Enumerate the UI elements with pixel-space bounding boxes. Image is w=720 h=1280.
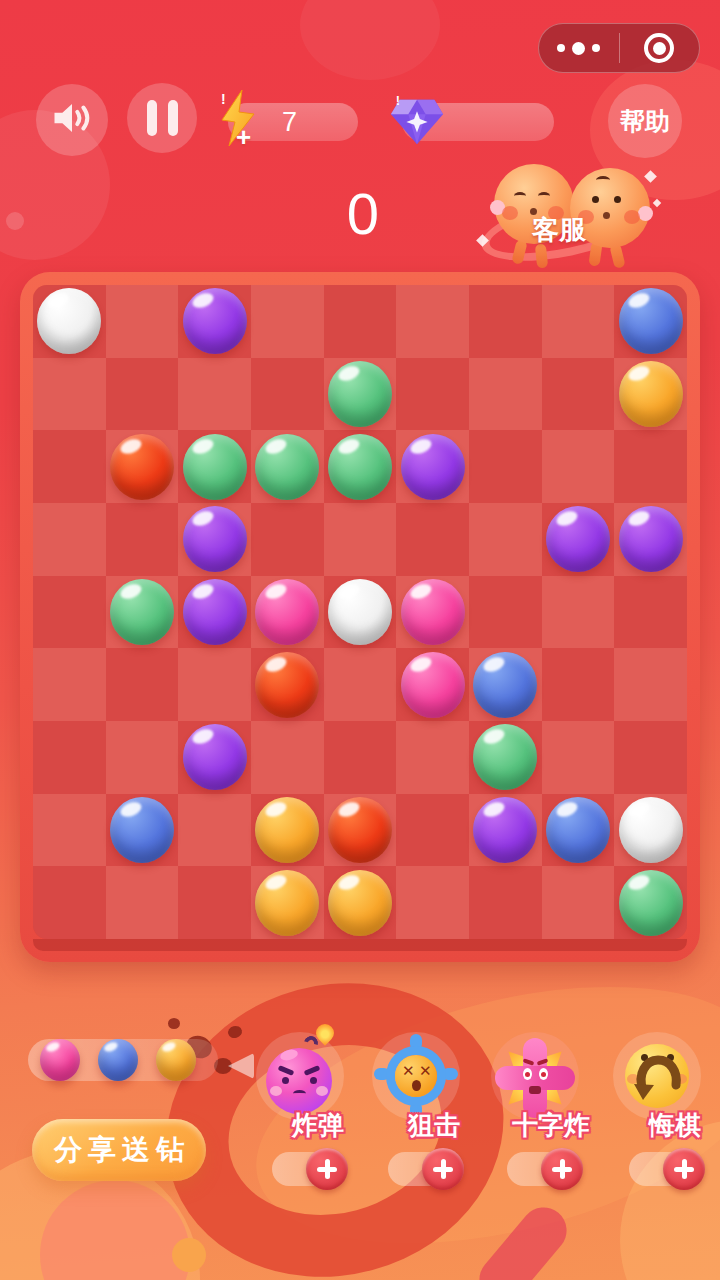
more-icon	[592, 44, 600, 52]
board-cell-r7c2[interactable]	[178, 794, 251, 867]
board-cell-r3c2[interactable]	[178, 503, 251, 576]
more-icon	[572, 42, 585, 55]
board-cell-r5c7[interactable]	[542, 648, 615, 721]
board-cell-r2c4[interactable]	[324, 430, 397, 503]
board-cell-r2c8[interactable]	[614, 430, 687, 503]
ball-white[interactable]	[328, 579, 392, 645]
ball-pink[interactable]	[401, 579, 465, 645]
diamond-icon: !	[388, 90, 446, 154]
ball-blue[interactable]	[473, 652, 537, 718]
service-label: 客服	[532, 212, 586, 248]
ball-pink[interactable]	[401, 652, 465, 718]
board-cell-r2c7[interactable]	[542, 430, 615, 503]
ball-pink[interactable]	[255, 579, 319, 645]
bg-blob	[300, 0, 440, 80]
eye	[523, 1068, 532, 1080]
exit-circle-icon	[644, 33, 674, 63]
board-cell-r2c2[interactable]	[178, 430, 251, 503]
board-cell-r8c1[interactable]	[106, 866, 179, 939]
board-cell-r5c8[interactable]	[614, 648, 687, 721]
add-powerup-button[interactable]	[541, 1148, 583, 1190]
ball-blue[interactable]	[110, 797, 174, 863]
sound-button[interactable]	[36, 84, 108, 156]
ball-green[interactable]	[110, 579, 174, 645]
eye	[538, 192, 550, 200]
board-cell-r4c7[interactable]	[542, 576, 615, 649]
sparkle-icon	[644, 170, 657, 183]
board-cell-r1c1[interactable]	[106, 358, 179, 431]
board-cell-r7c1[interactable]	[106, 794, 179, 867]
board-cell-r4c0[interactable]	[33, 576, 106, 649]
board-cell-r6c8[interactable]	[614, 721, 687, 794]
brow	[596, 176, 610, 184]
board-cell-r4c2[interactable]	[178, 576, 251, 649]
more-icon	[557, 44, 565, 52]
board-cell-r3c3[interactable]	[251, 503, 324, 576]
board-cell-r0c0[interactable]	[33, 285, 106, 358]
board-cell-r5c0[interactable]	[33, 648, 106, 721]
ball-purple[interactable]	[183, 288, 247, 354]
board-cell-r8c6[interactable]	[469, 866, 542, 939]
ball-green[interactable]	[328, 434, 392, 500]
help-label: 帮助	[620, 105, 670, 138]
ball-green[interactable]	[619, 870, 683, 936]
powerup-cross-bomb[interactable]: 十字炸	[485, 1018, 585, 1200]
eye	[539, 1068, 548, 1080]
board-cell-r6c3[interactable]	[251, 721, 324, 794]
board-cell-r0c2[interactable]	[178, 285, 251, 358]
next-ball-blue	[98, 1039, 138, 1081]
board-cell-r5c3[interactable]	[251, 648, 324, 721]
powerup-label: 十字炸	[512, 1108, 590, 1143]
board-cell-r7c7[interactable]	[542, 794, 615, 867]
ball-purple[interactable]	[183, 724, 247, 790]
undo-icon	[613, 1032, 701, 1120]
crosshair-icon: ✕ ✕	[372, 1032, 460, 1120]
board-cell-r3c5[interactable]	[396, 503, 469, 576]
game-board	[33, 285, 687, 939]
board-cell-r7c0[interactable]	[33, 794, 106, 867]
add-powerup-button[interactable]	[663, 1148, 705, 1190]
board-cell-r6c5[interactable]	[396, 721, 469, 794]
eye	[282, 1077, 289, 1084]
mouth	[293, 1090, 306, 1097]
mouth	[603, 212, 610, 219]
customer-service-button[interactable]: 客服	[478, 158, 668, 280]
energy-plus-icon[interactable]: +	[236, 122, 251, 153]
svg-text:!: !	[221, 91, 226, 107]
board-cell-r1c4[interactable]	[324, 358, 397, 431]
board-cell-r3c4[interactable]	[324, 503, 397, 576]
ball-red[interactable]	[328, 797, 392, 863]
board-cell-r4c6[interactable]	[469, 576, 542, 649]
eye	[592, 196, 599, 203]
brow	[304, 1065, 321, 1076]
board-cell-r8c5[interactable]	[396, 866, 469, 939]
eye	[514, 192, 526, 200]
board-cell-r2c3[interactable]	[251, 430, 324, 503]
board-cell-r8c0[interactable]	[33, 866, 106, 939]
board-cell-r2c6[interactable]	[469, 430, 542, 503]
mouth	[529, 1086, 541, 1094]
board-cell-r1c8[interactable]	[614, 358, 687, 431]
ball-orange[interactable]	[255, 797, 319, 863]
miniprogram-capsule	[538, 23, 700, 73]
board-cell-r0c8[interactable]	[614, 285, 687, 358]
ball-green[interactable]	[183, 434, 247, 500]
share-button[interactable]: 分享送钻	[32, 1119, 206, 1181]
more-button[interactable]	[539, 24, 619, 72]
board-cell-r3c7[interactable]	[542, 503, 615, 576]
ball-blue[interactable]	[546, 797, 610, 863]
board-cell-r4c8[interactable]	[614, 576, 687, 649]
board-cell-r5c6[interactable]	[469, 648, 542, 721]
blush	[316, 1086, 328, 1096]
game-screen: ! + 7 ! 帮助	[0, 0, 720, 1280]
board-cell-r8c7[interactable]	[542, 866, 615, 939]
board-cell-r6c1[interactable]	[106, 721, 179, 794]
pause-button[interactable]	[127, 83, 197, 153]
pause-icon	[168, 100, 178, 136]
board-cell-r1c0[interactable]	[33, 358, 106, 431]
board-bottom-shadow	[33, 939, 687, 951]
sparkle-icon	[653, 199, 661, 207]
brow	[278, 1065, 295, 1076]
bomb-body	[266, 1048, 332, 1114]
powerup-bomb[interactable]: 炸弹	[250, 1018, 350, 1200]
board-cell-r6c7[interactable]	[542, 721, 615, 794]
ball-blue[interactable]	[619, 288, 683, 354]
ball-purple[interactable]	[401, 434, 465, 500]
board-frame	[20, 272, 700, 962]
powerup-label: 炸弹	[292, 1108, 344, 1143]
share-label: 分享送钻	[54, 1131, 190, 1169]
ball-white[interactable]	[619, 797, 683, 863]
board-cell-r0c3[interactable]	[251, 285, 324, 358]
next-ball-orange	[156, 1039, 196, 1081]
board-cell-r7c5[interactable]	[396, 794, 469, 867]
ball-white[interactable]	[37, 288, 101, 354]
add-powerup-button[interactable]	[422, 1148, 464, 1190]
ball-red[interactable]	[110, 434, 174, 500]
board-cell-r3c0[interactable]	[33, 503, 106, 576]
board-cell-r5c1[interactable]	[106, 648, 179, 721]
board-cell-r0c1[interactable]	[106, 285, 179, 358]
energy-count: 7	[282, 107, 297, 138]
next-balls-preview	[28, 1039, 218, 1081]
ball-green[interactable]	[473, 724, 537, 790]
board-cell-r3c1[interactable]	[106, 503, 179, 576]
board-cell-r6c4[interactable]	[324, 721, 397, 794]
board-cell-r8c2[interactable]	[178, 866, 251, 939]
board-cell-r5c4[interactable]	[324, 648, 397, 721]
help-button[interactable]: 帮助	[608, 84, 682, 158]
ball-red[interactable]	[255, 652, 319, 718]
board-cell-r3c6[interactable]	[469, 503, 542, 576]
blush	[502, 206, 518, 220]
board-cell-r5c2[interactable]	[178, 648, 251, 721]
board-cell-r8c3[interactable]	[251, 866, 324, 939]
bg-dot	[172, 1238, 206, 1272]
eye	[614, 196, 621, 203]
board-cell-r4c4[interactable]	[324, 576, 397, 649]
mouth	[412, 1080, 421, 1091]
powerup-snipe[interactable]: ✕ ✕ 狙击	[366, 1018, 466, 1200]
svg-text:!: !	[396, 95, 400, 109]
close-button[interactable]	[620, 24, 700, 72]
board-cell-r6c6[interactable]	[469, 721, 542, 794]
board-cell-r0c5[interactable]	[396, 285, 469, 358]
speaker-icon	[51, 100, 93, 140]
powerup-undo[interactable]: 悔棋	[607, 1018, 707, 1200]
add-powerup-button[interactable]	[306, 1148, 348, 1190]
ball-orange[interactable]	[255, 870, 319, 936]
board-cell-r8c8[interactable]	[614, 866, 687, 939]
board-cell-r1c2[interactable]	[178, 358, 251, 431]
board-cell-r6c2[interactable]	[178, 721, 251, 794]
powerup-label: 悔棋	[649, 1108, 701, 1143]
board-cell-r2c5[interactable]	[396, 430, 469, 503]
u-turn-arrow	[629, 1048, 685, 1104]
blush	[270, 1086, 282, 1096]
ball-purple[interactable]	[619, 506, 683, 572]
board-cell-r5c5[interactable]	[396, 648, 469, 721]
ball-green[interactable]	[255, 434, 319, 500]
powerup-label: 狙击	[408, 1108, 460, 1143]
board-cell-r1c6[interactable]	[469, 358, 542, 431]
blush	[624, 210, 640, 224]
ball-orange[interactable]	[328, 870, 392, 936]
board-cell-r4c5[interactable]	[396, 576, 469, 649]
board-cell-r6c0[interactable]	[33, 721, 106, 794]
board-cell-r1c3[interactable]	[251, 358, 324, 431]
board-cell-r0c7[interactable]	[542, 285, 615, 358]
highlight	[279, 1048, 299, 1062]
board-cell-r7c4[interactable]	[324, 794, 397, 867]
board-cell-r4c3[interactable]	[251, 576, 324, 649]
next-ball-pink	[40, 1039, 80, 1081]
board-cell-r0c6[interactable]	[469, 285, 542, 358]
ball-purple[interactable]	[473, 797, 537, 863]
ball-orange[interactable]	[619, 361, 683, 427]
cross-bomb-icon	[490, 1030, 580, 1120]
pause-icon	[147, 100, 157, 136]
headset-icon	[638, 206, 653, 221]
board-cell-r0c4[interactable]	[324, 285, 397, 358]
board-cell-r3c8[interactable]	[614, 503, 687, 576]
board-cell-r7c6[interactable]	[469, 794, 542, 867]
ball-green[interactable]	[328, 361, 392, 427]
board-cell-r7c8[interactable]	[614, 794, 687, 867]
board-cell-r4c1[interactable]	[106, 576, 179, 649]
board-cell-r7c3[interactable]	[251, 794, 324, 867]
target-ball: ✕ ✕	[395, 1055, 437, 1097]
ball-purple[interactable]	[183, 506, 247, 572]
board-cell-r8c4[interactable]	[324, 866, 397, 939]
bg-spot	[168, 1018, 180, 1029]
board-cell-r1c7[interactable]	[542, 358, 615, 431]
ball-purple[interactable]	[546, 506, 610, 572]
board-cell-r2c1[interactable]	[106, 430, 179, 503]
eye	[310, 1077, 317, 1084]
board-cell-r1c5[interactable]	[396, 358, 469, 431]
board-cell-r2c0[interactable]	[33, 430, 106, 503]
ball-purple[interactable]	[183, 579, 247, 645]
